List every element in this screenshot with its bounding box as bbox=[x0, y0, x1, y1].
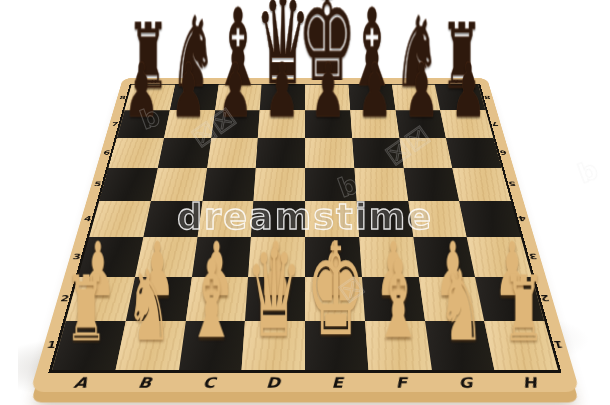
square-a1: ♜ bbox=[52, 321, 126, 370]
file-label-top-g: G bbox=[194, 79, 201, 84]
photo-canvas: ♜♞♝♛♚♝♞♜♟♟♟♟♟♟♟♟♟♟♟♟♟♟♟♟♜♞♝♛♚♝♞♜ AABBCCD… bbox=[0, 0, 610, 405]
piece-black-rook: ♜ bbox=[128, 11, 170, 101]
square-a4 bbox=[89, 201, 150, 237]
piece-black-knight: ♞ bbox=[394, 4, 439, 101]
square-b6 bbox=[158, 138, 211, 168]
square-e5 bbox=[305, 168, 356, 201]
square-c4 bbox=[197, 201, 253, 237]
square-h2: ♟ bbox=[475, 277, 544, 321]
file-label-bottom-a: A bbox=[72, 374, 89, 391]
square-d6 bbox=[256, 138, 305, 168]
square-a7: ♟ bbox=[117, 110, 170, 138]
square-c8: ♝ bbox=[215, 85, 262, 110]
chess-board-scene: ♜♞♝♛♚♝♞♜♟♟♟♟♟♟♟♟♟♟♟♟♟♟♟♟♜♞♝♛♚♝♞♜ AABBCCD… bbox=[30, 78, 580, 392]
rank-label-left-3: 3 bbox=[72, 252, 82, 261]
square-h3 bbox=[467, 237, 532, 277]
square-b2: ♟ bbox=[126, 277, 192, 321]
square-b4 bbox=[143, 201, 202, 237]
file-label-top-d: D bbox=[323, 79, 329, 84]
piece-black-queen: ♛ bbox=[255, 0, 311, 102]
square-h8: ♜ bbox=[435, 85, 485, 110]
square-e4 bbox=[305, 201, 359, 237]
rank-label-right-6: 6 bbox=[499, 149, 508, 156]
square-a8: ♜ bbox=[125, 85, 175, 110]
rank-label-left-1: 1 bbox=[46, 339, 58, 351]
rank-label-left-5: 5 bbox=[93, 180, 102, 188]
rank-label-left-7: 7 bbox=[111, 121, 119, 128]
square-e3 bbox=[305, 237, 362, 277]
file-label-top-e: E bbox=[281, 79, 286, 84]
square-d2: ♟ bbox=[245, 277, 305, 321]
rank-label-left-8: 8 bbox=[119, 94, 127, 100]
square-f7: ♟ bbox=[350, 110, 399, 138]
square-e7: ♟ bbox=[305, 110, 352, 138]
rank-label-right-5: 5 bbox=[508, 180, 517, 188]
square-h7: ♟ bbox=[440, 110, 493, 138]
rank-label-right-3: 3 bbox=[528, 252, 538, 261]
square-f1: ♝ bbox=[365, 321, 432, 370]
file-label-bottom-h: H bbox=[520, 374, 538, 391]
square-e2: ♟ bbox=[305, 277, 365, 321]
square-g2: ♟ bbox=[418, 277, 484, 321]
square-f6 bbox=[352, 138, 403, 168]
square-g1: ♞ bbox=[425, 321, 495, 370]
square-c6 bbox=[207, 138, 258, 168]
square-b1: ♞ bbox=[115, 321, 185, 370]
rank-label-right-8: 8 bbox=[483, 94, 491, 100]
rank-label-right-7: 7 bbox=[491, 121, 499, 128]
square-b5 bbox=[151, 168, 207, 201]
file-label-bottom-b: B bbox=[137, 374, 153, 391]
square-g5 bbox=[403, 168, 459, 201]
square-f5 bbox=[354, 168, 408, 201]
file-label-bottom-e: E bbox=[331, 374, 343, 391]
rank-label-left-6: 6 bbox=[102, 149, 111, 156]
square-f4 bbox=[356, 201, 412, 237]
rank-label-right-1: 1 bbox=[553, 339, 565, 351]
watermark-glyph: b bbox=[574, 155, 602, 190]
rank-label-right-2: 2 bbox=[540, 293, 551, 303]
board-grid: ♜♞♝♛♚♝♞♜♟♟♟♟♟♟♟♟♟♟♟♟♟♟♟♟♜♞♝♛♚♝♞♜ bbox=[52, 85, 558, 370]
rank-label-right-4: 4 bbox=[517, 214, 527, 223]
square-h5 bbox=[452, 168, 510, 201]
file-label-top-a: A bbox=[452, 79, 459, 84]
file-label-top-b: B bbox=[410, 79, 416, 84]
square-c1: ♝ bbox=[179, 321, 246, 370]
square-g4 bbox=[408, 201, 467, 237]
rank-label-left-2: 2 bbox=[59, 293, 70, 303]
square-f3 bbox=[359, 237, 418, 277]
square-d3 bbox=[248, 237, 305, 277]
square-f8: ♝ bbox=[348, 85, 395, 110]
square-h6 bbox=[446, 138, 501, 168]
piece-black-rook: ♜ bbox=[440, 11, 482, 101]
file-label-bottom-d: D bbox=[266, 374, 281, 391]
file-label-bottom-f: F bbox=[395, 374, 408, 391]
file-label-top-c: C bbox=[367, 79, 373, 84]
square-e1: ♚ bbox=[305, 321, 368, 370]
rank-label-left-4: 4 bbox=[83, 214, 93, 223]
square-d1: ♛ bbox=[242, 321, 305, 370]
square-g6 bbox=[399, 138, 452, 168]
square-e6 bbox=[305, 138, 354, 168]
chess-board: ♜♞♝♛♚♝♞♜♟♟♟♟♟♟♟♟♟♟♟♟♟♟♟♟♜♞♝♛♚♝♞♜ AABBCCD… bbox=[30, 78, 580, 392]
square-g7: ♟ bbox=[395, 110, 446, 138]
file-label-top-h: H bbox=[151, 79, 158, 84]
square-c5 bbox=[202, 168, 256, 201]
square-f2: ♟ bbox=[362, 277, 425, 321]
square-b3 bbox=[135, 237, 197, 277]
square-b8: ♞ bbox=[170, 85, 219, 110]
piece-black-knight: ♞ bbox=[171, 4, 216, 101]
square-d7: ♟ bbox=[258, 110, 305, 138]
square-c3 bbox=[192, 237, 251, 277]
file-label-bottom-g: G bbox=[457, 374, 474, 391]
square-d5 bbox=[254, 168, 305, 201]
square-d4 bbox=[251, 201, 305, 237]
square-b7: ♟ bbox=[164, 110, 215, 138]
square-d8: ♛ bbox=[260, 85, 305, 110]
square-g3 bbox=[413, 237, 475, 277]
square-c7: ♟ bbox=[211, 110, 260, 138]
square-e8: ♚ bbox=[305, 85, 350, 110]
file-label-top-f: F bbox=[238, 79, 244, 84]
piece-black-bishop: ♝ bbox=[213, 0, 263, 102]
square-h4 bbox=[459, 201, 520, 237]
square-a2: ♟ bbox=[66, 277, 135, 321]
square-h1: ♜ bbox=[484, 321, 558, 370]
piece-black-bishop: ♝ bbox=[347, 0, 397, 102]
file-label-bottom-c: C bbox=[202, 374, 216, 391]
square-a5 bbox=[99, 168, 157, 201]
square-c2: ♟ bbox=[185, 277, 248, 321]
square-a3 bbox=[78, 237, 143, 277]
square-g8: ♞ bbox=[392, 85, 441, 110]
square-a6 bbox=[108, 138, 163, 168]
